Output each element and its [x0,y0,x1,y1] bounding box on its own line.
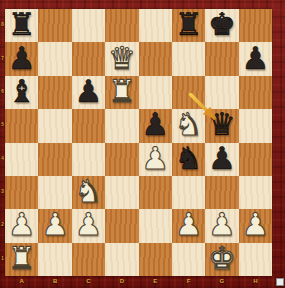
black-pawn[interactable]: ♟ [141,109,169,140]
rank-label-3: 3 [0,190,5,195]
corner-marker [276,278,284,286]
file-label-H: H [249,278,261,284]
square-e6[interactable] [139,76,172,109]
rank-label-7: 7 [0,57,5,62]
square-c8[interactable] [72,9,105,42]
square-g3[interactable] [205,176,238,209]
square-h7[interactable]: ♟ [239,42,272,75]
white-pawn[interactable]: ♟ [141,143,169,174]
black-pawn[interactable]: ♟ [241,43,269,74]
square-e3[interactable] [139,176,172,209]
square-c7[interactable] [72,42,105,75]
square-g5[interactable]: ♛ [205,109,238,142]
square-b6[interactable] [38,76,71,109]
white-pawn[interactable]: ♟ [41,209,69,240]
square-h1[interactable] [239,243,272,276]
file-label-C: C [82,278,94,284]
square-d8[interactable] [105,9,138,42]
white-queen[interactable]: ♛ [108,43,136,74]
square-e4[interactable]: ♟ [139,143,172,176]
square-d4[interactable] [105,143,138,176]
file-label-A: A [16,278,28,284]
white-rook[interactable]: ♜ [8,243,36,274]
square-c4[interactable] [72,143,105,176]
square-g6[interactable] [205,76,238,109]
square-f4[interactable]: ♞ [172,143,205,176]
white-knight[interactable]: ♞ [75,176,103,207]
white-pawn[interactable]: ♟ [175,209,203,240]
square-h4[interactable] [239,143,272,176]
square-h8[interactable] [239,9,272,42]
white-pawn[interactable]: ♟ [241,209,269,240]
square-f5[interactable]: ♞ [172,109,205,142]
square-a5[interactable] [5,109,38,142]
square-b7[interactable] [38,42,71,75]
square-f1[interactable] [172,243,205,276]
square-e2[interactable] [139,209,172,242]
square-g7[interactable] [205,42,238,75]
square-b4[interactable] [38,143,71,176]
white-pawn[interactable]: ♟ [208,209,236,240]
rank-label-2: 2 [0,223,5,228]
white-rook[interactable]: ♜ [108,76,136,107]
square-g8[interactable]: ♚ [205,9,238,42]
square-a6[interactable]: ♝ [5,76,38,109]
square-f8[interactable]: ♜ [172,9,205,42]
square-b5[interactable] [38,109,71,142]
black-pawn[interactable]: ♟ [8,43,36,74]
chessboard: ♜♜♚♟♛♟♝♟♜♟♞♛♟♞♟♞♟♟♟♟♟♟♜♚ [5,9,272,276]
square-c2[interactable]: ♟ [72,209,105,242]
square-d6[interactable]: ♜ [105,76,138,109]
square-f6[interactable] [172,76,205,109]
black-king[interactable]: ♚ [208,9,236,40]
square-h5[interactable] [239,109,272,142]
black-bishop[interactable]: ♝ [8,76,36,107]
square-g4[interactable]: ♟ [205,143,238,176]
file-label-F: F [183,278,195,284]
square-g2[interactable]: ♟ [205,209,238,242]
square-e1[interactable] [139,243,172,276]
square-d2[interactable] [105,209,138,242]
square-h6[interactable] [239,76,272,109]
square-b8[interactable] [38,9,71,42]
square-e5[interactable]: ♟ [139,109,172,142]
file-label-E: E [149,278,161,284]
rank-label-6: 6 [0,90,5,95]
square-a1[interactable]: ♜ [5,243,38,276]
square-b1[interactable] [38,243,71,276]
square-a8[interactable]: ♜ [5,9,38,42]
square-b3[interactable] [38,176,71,209]
square-f7[interactable] [172,42,205,75]
black-pawn[interactable]: ♟ [75,76,103,107]
square-a4[interactable] [5,143,38,176]
square-c1[interactable] [72,243,105,276]
black-queen[interactable]: ♛ [208,109,236,140]
square-b2[interactable]: ♟ [38,209,71,242]
square-h3[interactable] [239,176,272,209]
square-c3[interactable]: ♞ [72,176,105,209]
black-knight[interactable]: ♞ [175,143,203,174]
square-f2[interactable]: ♟ [172,209,205,242]
white-pawn[interactable]: ♟ [8,209,36,240]
rank-label-8: 8 [0,23,5,28]
square-c5[interactable] [72,109,105,142]
square-e7[interactable] [139,42,172,75]
file-label-D: D [116,278,128,284]
square-e8[interactable] [139,9,172,42]
black-rook[interactable]: ♜ [8,9,36,40]
square-a7[interactable]: ♟ [5,42,38,75]
white-pawn[interactable]: ♟ [75,209,103,240]
rank-label-1: 1 [0,257,5,262]
square-a3[interactable] [5,176,38,209]
rank-label-5: 5 [0,123,5,128]
square-d1[interactable] [105,243,138,276]
square-d5[interactable] [105,109,138,142]
black-pawn[interactable]: ♟ [208,143,236,174]
board-frame: ♜♜♚♟♛♟♝♟♜♟♞♛♟♞♟♞♟♟♟♟♟♟♜♚ 87654321 ABCDEF… [0,0,285,288]
square-d3[interactable] [105,176,138,209]
rank-label-4: 4 [0,157,5,162]
black-rook[interactable]: ♜ [175,9,203,40]
square-g1[interactable]: ♚ [205,243,238,276]
file-label-G: G [216,278,228,284]
white-knight[interactable]: ♞ [175,109,203,140]
square-h2[interactable]: ♟ [239,209,272,242]
white-king[interactable]: ♚ [208,243,236,274]
file-label-B: B [49,278,61,284]
square-d7[interactable]: ♛ [105,42,138,75]
square-f3[interactable] [172,176,205,209]
square-a2[interactable]: ♟ [5,209,38,242]
square-c6[interactable]: ♟ [72,76,105,109]
